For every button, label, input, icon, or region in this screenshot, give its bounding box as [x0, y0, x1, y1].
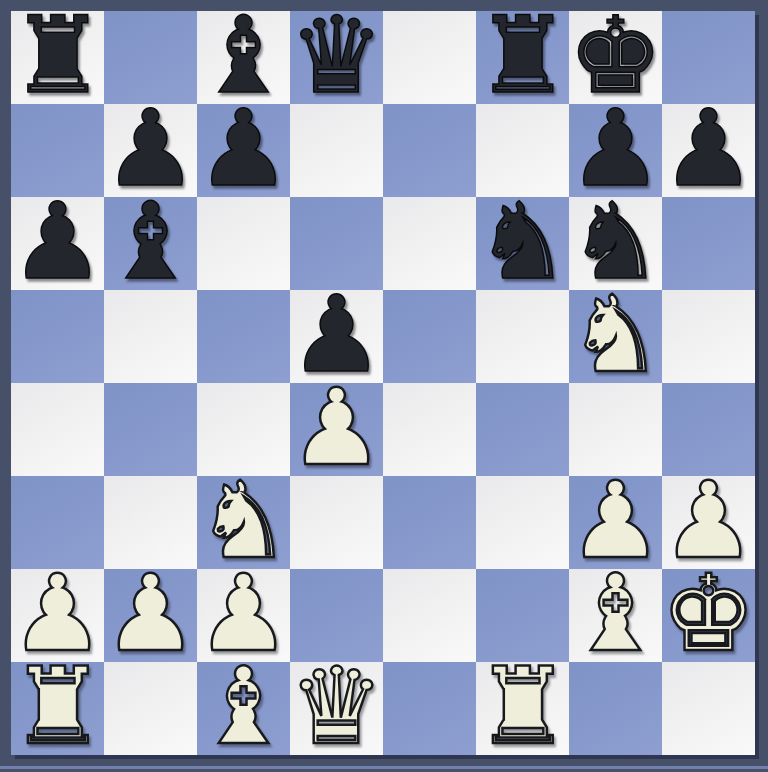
square-c6[interactable]: [197, 197, 290, 290]
square-g1[interactable]: [569, 662, 662, 755]
square-f6[interactable]: ♞: [476, 197, 569, 290]
white-bishop-c1-icon[interactable]: ♝: [197, 660, 290, 753]
black-bishop-b6-icon[interactable]: ♝: [104, 195, 197, 288]
square-e2[interactable]: [383, 569, 476, 662]
black-rook-f8-icon[interactable]: ♜: [476, 9, 569, 102]
square-f1[interactable]: ♜: [476, 662, 569, 755]
square-e8[interactable]: [383, 11, 476, 104]
white-rook-f1-icon[interactable]: ♜: [476, 660, 569, 753]
black-pawn-h7-icon[interactable]: ♟: [662, 102, 755, 195]
white-rook-a1-icon[interactable]: ♜: [11, 660, 104, 753]
square-g5[interactable]: ♞: [569, 290, 662, 383]
black-rook-a8-icon[interactable]: ♜: [11, 9, 104, 102]
black-queen-d8-icon[interactable]: ♛: [290, 9, 383, 102]
square-b4[interactable]: [104, 383, 197, 476]
square-f5[interactable]: [476, 290, 569, 383]
white-knight-g5-icon[interactable]: ♞: [569, 288, 662, 381]
black-knight-f6-icon[interactable]: ♞: [476, 195, 569, 288]
square-e6[interactable]: [383, 197, 476, 290]
square-h7[interactable]: ♟: [662, 104, 755, 197]
square-e1[interactable]: [383, 662, 476, 755]
square-g2[interactable]: ♝: [569, 569, 662, 662]
square-c7[interactable]: ♟: [197, 104, 290, 197]
square-a1[interactable]: ♜: [11, 662, 104, 755]
white-king-h2-icon[interactable]: ♚: [662, 567, 755, 660]
square-h5[interactable]: [662, 290, 755, 383]
square-e7[interactable]: [383, 104, 476, 197]
black-pawn-c7-icon[interactable]: ♟: [197, 102, 290, 195]
square-f4[interactable]: [476, 383, 569, 476]
square-b2[interactable]: ♟: [104, 569, 197, 662]
white-queen-d1-icon[interactable]: ♛: [290, 660, 383, 753]
square-a8[interactable]: ♜: [11, 11, 104, 104]
square-f3[interactable]: [476, 476, 569, 569]
square-d3[interactable]: [290, 476, 383, 569]
square-e4[interactable]: [383, 383, 476, 476]
square-b6[interactable]: ♝: [104, 197, 197, 290]
square-f8[interactable]: ♜: [476, 11, 569, 104]
white-pawn-d4-icon[interactable]: ♟: [290, 381, 383, 474]
square-e3[interactable]: [383, 476, 476, 569]
square-d8[interactable]: ♛: [290, 11, 383, 104]
square-a5[interactable]: [11, 290, 104, 383]
square-d7[interactable]: [290, 104, 383, 197]
white-pawn-b2-icon[interactable]: ♟: [104, 567, 197, 660]
square-h1[interactable]: [662, 662, 755, 755]
square-e5[interactable]: [383, 290, 476, 383]
black-pawn-a6-icon[interactable]: ♟: [11, 195, 104, 288]
square-a4[interactable]: [11, 383, 104, 476]
square-c1[interactable]: ♝: [197, 662, 290, 755]
chess-app-window: ♜♝♛♜♚♟♟♟♟♟♝♞♞♟♞♟♞♟♟♟♟♟♝♚♜♝♛♜: [0, 0, 768, 772]
square-c5[interactable]: [197, 290, 290, 383]
chess-board[interactable]: ♜♝♛♜♚♟♟♟♟♟♝♞♞♟♞♟♞♟♟♟♟♟♝♚♜♝♛♜: [11, 11, 755, 755]
square-h6[interactable]: [662, 197, 755, 290]
square-h2[interactable]: ♚: [662, 569, 755, 662]
frame-accent-line: [0, 766, 768, 769]
square-b1[interactable]: [104, 662, 197, 755]
square-a6[interactable]: ♟: [11, 197, 104, 290]
square-b5[interactable]: [104, 290, 197, 383]
square-d1[interactable]: ♛: [290, 662, 383, 755]
white-bishop-g2-icon[interactable]: ♝: [569, 567, 662, 660]
square-d4[interactable]: ♟: [290, 383, 383, 476]
